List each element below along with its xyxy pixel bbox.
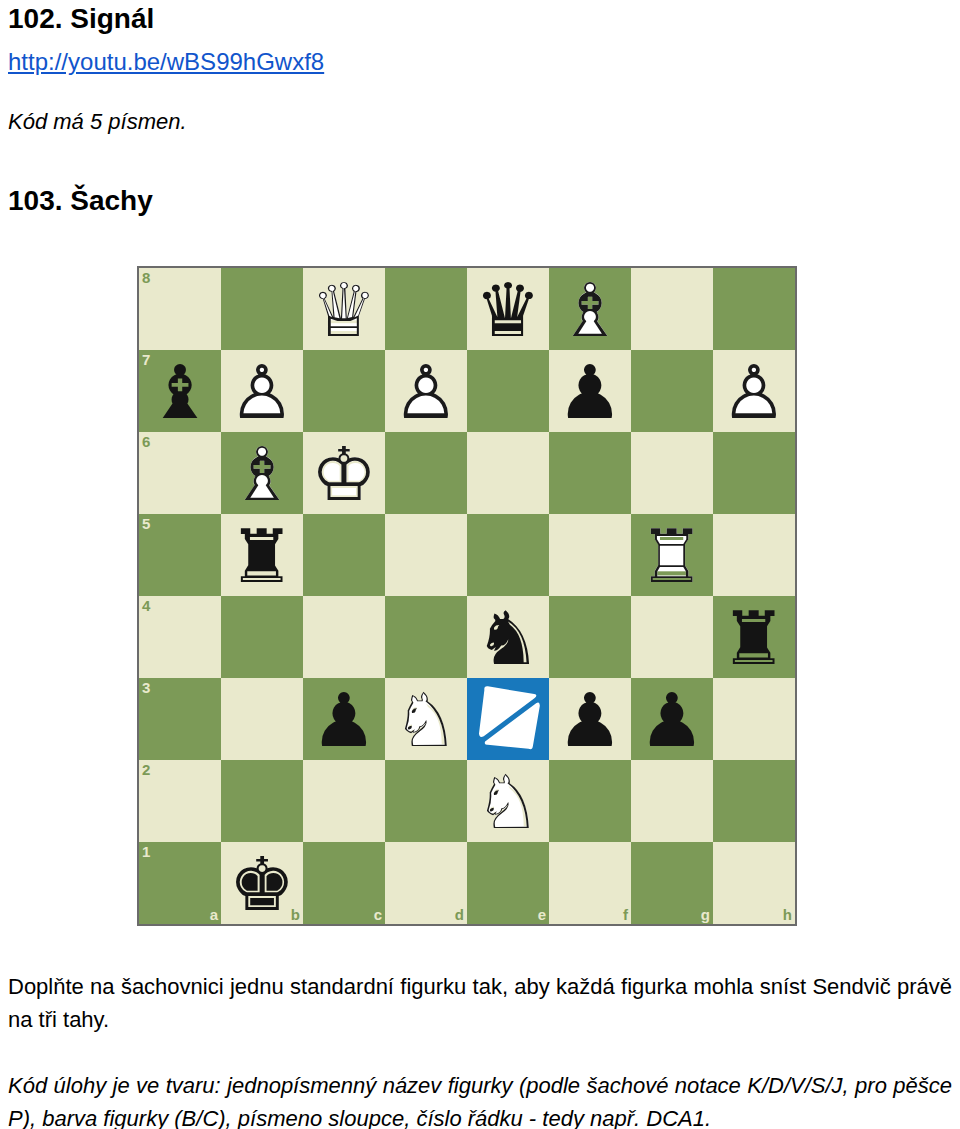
white-king-icon: ♚♔ (303, 432, 385, 514)
white-knight-icon: ♞♘ (385, 678, 467, 760)
square-e2: ♞♘ (467, 760, 549, 842)
white-knight-icon: ♞♘ (467, 760, 549, 842)
square-a5: 5 (139, 514, 221, 596)
square-a4: 4 (139, 596, 221, 678)
black-pawn-icon: ♟ (549, 678, 631, 760)
rank-label-7: 7 (142, 352, 150, 367)
square-d5 (385, 514, 467, 596)
white-rook-icon: ♜♖ (631, 514, 713, 596)
rank-label-2: 2 (142, 762, 150, 777)
square-h2 (713, 760, 795, 842)
square-a1: 1a (139, 842, 221, 924)
rank-label-1: 1 (142, 844, 150, 859)
square-c1: c (303, 842, 385, 924)
white-pawn-icon: ♟♙ (385, 350, 467, 432)
square-c3: ♟ (303, 678, 385, 760)
square-e8: ♛ (467, 268, 549, 350)
square-c5 (303, 514, 385, 596)
square-b6: ♝♗ (221, 432, 303, 514)
rank-label-3: 3 (142, 680, 150, 695)
square-b7: ♟♙ (221, 350, 303, 432)
file-label-a: a (210, 907, 218, 922)
code-length-note: Kód má 5 písmen. (8, 109, 952, 135)
task-paragraph: Doplňte na šachovnici jednu standardní f… (8, 970, 952, 1036)
square-e3 (467, 678, 549, 760)
square-e4: ♞ (467, 596, 549, 678)
square-d2 (385, 760, 467, 842)
square-a2: 2 (139, 760, 221, 842)
square-h6 (713, 432, 795, 514)
square-c6: ♚♔ (303, 432, 385, 514)
square-g8 (631, 268, 713, 350)
square-g5: ♜♖ (631, 514, 713, 596)
file-label-d: d (455, 907, 464, 922)
document-page: 102. Signál http://youtu.be/wBS99hGwxf8 … (0, 0, 960, 1129)
white-pawn-icon: ♟♙ (221, 350, 303, 432)
square-c4 (303, 596, 385, 678)
black-pawn-icon: ♟ (549, 350, 631, 432)
square-d4 (385, 596, 467, 678)
square-g4 (631, 596, 713, 678)
white-pawn-icon: ♟♙ (713, 350, 795, 432)
black-queen-icon: ♛ (467, 268, 549, 350)
square-b3 (221, 678, 303, 760)
square-b2 (221, 760, 303, 842)
rank-label-8: 8 (142, 270, 150, 285)
rank-label-5: 5 (142, 516, 150, 531)
square-g3: ♟ (631, 678, 713, 760)
chess-board: 8♛♕♛♝♗7♝♟♙♟♙♟♟♙6♝♗♚♔5♜♜♖4♞♜3♟♞♘♟♟2♞♘1ab♚… (137, 266, 797, 926)
square-d3: ♞♘ (385, 678, 467, 760)
square-h3 (713, 678, 795, 760)
square-a3: 3 (139, 678, 221, 760)
square-g2 (631, 760, 713, 842)
square-d8 (385, 268, 467, 350)
square-e5 (467, 514, 549, 596)
black-pawn-icon: ♟ (631, 678, 713, 760)
square-f2 (549, 760, 631, 842)
square-d7: ♟♙ (385, 350, 467, 432)
square-d1: d (385, 842, 467, 924)
square-g7 (631, 350, 713, 432)
sendvic-marker-icon (467, 678, 549, 760)
square-c7 (303, 350, 385, 432)
square-d6 (385, 432, 467, 514)
square-b1: b♚ (221, 842, 303, 924)
square-h4: ♜ (713, 596, 795, 678)
square-h5 (713, 514, 795, 596)
square-c8: ♛♕ (303, 268, 385, 350)
square-f3: ♟ (549, 678, 631, 760)
square-f8: ♝♗ (549, 268, 631, 350)
square-a6: 6 (139, 432, 221, 514)
square-f5 (549, 514, 631, 596)
square-b4 (221, 596, 303, 678)
square-b5: ♜ (221, 514, 303, 596)
square-b8 (221, 268, 303, 350)
file-label-c: c (374, 907, 382, 922)
square-c2 (303, 760, 385, 842)
section-102-heading: 102. Signál (8, 0, 952, 35)
square-g6 (631, 432, 713, 514)
square-e1: e (467, 842, 549, 924)
youtube-link[interactable]: http://youtu.be/wBS99hGwxf8 (8, 48, 324, 76)
square-a8: 8 (139, 268, 221, 350)
rank-label-6: 6 (142, 434, 150, 449)
code-format-paragraph: Kód úlohy je ve tvaru: jednopísmenný náz… (8, 1069, 952, 1129)
square-f6 (549, 432, 631, 514)
square-f1: f (549, 842, 631, 924)
square-e6 (467, 432, 549, 514)
white-queen-icon: ♛♕ (303, 268, 385, 350)
square-a7: 7♝ (139, 350, 221, 432)
square-e7 (467, 350, 549, 432)
black-rook-icon: ♜ (713, 596, 795, 678)
white-bishop-icon: ♝♗ (549, 268, 631, 350)
section-103-heading: 103. Šachy (8, 185, 952, 217)
square-f7: ♟ (549, 350, 631, 432)
square-f4 (549, 596, 631, 678)
chess-board-wrap: 8♛♕♛♝♗7♝♟♙♟♙♟♟♙6♝♗♚♔5♜♜♖4♞♜3♟♞♘♟♟2♞♘1ab♚… (137, 266, 797, 926)
black-pawn-icon: ♟ (303, 678, 385, 760)
file-label-f: f (623, 907, 628, 922)
file-label-e: e (538, 907, 546, 922)
rank-label-4: 4 (142, 598, 150, 613)
file-label-b: b (291, 907, 300, 922)
file-label-g: g (701, 907, 710, 922)
square-h7: ♟♙ (713, 350, 795, 432)
square-h1: h (713, 842, 795, 924)
square-g1: g (631, 842, 713, 924)
square-h8 (713, 268, 795, 350)
file-label-h: h (783, 907, 792, 922)
white-bishop-icon: ♝♗ (221, 432, 303, 514)
black-knight-icon: ♞ (467, 596, 549, 678)
black-rook-icon: ♜ (221, 514, 303, 596)
black-bishop-icon: ♝ (139, 350, 221, 432)
